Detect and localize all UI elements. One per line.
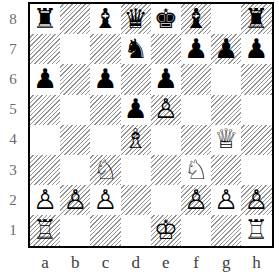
rank-label-8: 8 bbox=[0, 4, 26, 34]
square-b4[interactable] bbox=[60, 125, 90, 155]
file-label-g: g bbox=[211, 248, 241, 278]
square-d6[interactable] bbox=[121, 64, 151, 94]
square-d3[interactable] bbox=[121, 155, 151, 185]
square-g5[interactable] bbox=[211, 95, 241, 125]
piece-white-knight: ♘ bbox=[184, 156, 208, 183]
file-label-a: a bbox=[30, 248, 60, 278]
square-h5[interactable] bbox=[241, 95, 271, 125]
piece-black-pawn: ♟ bbox=[244, 35, 268, 62]
piece-black-pawn: ♟ bbox=[184, 35, 208, 62]
rank-label-2: 2 bbox=[0, 185, 26, 215]
file-label-h: h bbox=[241, 248, 271, 278]
piece-black-pawn: ♟ bbox=[33, 65, 57, 92]
rank-label-4: 4 bbox=[0, 125, 26, 155]
square-g4[interactable]: ♕ bbox=[211, 125, 241, 155]
square-g1[interactable] bbox=[211, 215, 241, 245]
piece-white-bishop: ♗ bbox=[124, 125, 148, 152]
square-f3[interactable]: ♘ bbox=[181, 155, 211, 185]
square-h4[interactable] bbox=[241, 125, 271, 155]
square-e5[interactable]: ♙ bbox=[151, 95, 181, 125]
piece-black-rook: ♜ bbox=[33, 5, 57, 32]
piece-black-king: ♚ bbox=[154, 5, 178, 32]
square-b8[interactable] bbox=[60, 4, 90, 34]
rank-label-3: 3 bbox=[0, 155, 26, 185]
rank-label-6: 6 bbox=[0, 64, 26, 94]
square-h7[interactable]: ♟ bbox=[241, 34, 271, 64]
square-b1[interactable] bbox=[60, 215, 90, 245]
file-label-c: c bbox=[90, 248, 120, 278]
square-h3[interactable] bbox=[241, 155, 271, 185]
square-e8[interactable]: ♚ bbox=[151, 4, 181, 34]
piece-white-pawn: ♙ bbox=[63, 186, 87, 213]
square-g6[interactable] bbox=[211, 64, 241, 94]
rank-label-5: 5 bbox=[0, 95, 26, 125]
piece-white-pawn: ♙ bbox=[154, 95, 178, 122]
piece-white-king: ♔ bbox=[154, 216, 178, 243]
piece-black-pawn: ♟ bbox=[154, 65, 178, 92]
file-label-d: d bbox=[121, 248, 151, 278]
chess-board: ♜♝♛♚♝♜♞♟♟♟♟♟♟♟♙♗♕♘♘♙♙♙♙♙♙♖♔♖ bbox=[28, 2, 274, 248]
file-labels: abcdefgh bbox=[30, 248, 272, 278]
square-b6[interactable] bbox=[60, 64, 90, 94]
piece-black-pawn: ♟ bbox=[93, 65, 117, 92]
square-a1[interactable]: ♖ bbox=[30, 215, 60, 245]
square-a6[interactable]: ♟ bbox=[30, 64, 60, 94]
square-c2[interactable]: ♙ bbox=[90, 185, 120, 215]
square-d2[interactable] bbox=[121, 185, 151, 215]
piece-black-queen: ♛ bbox=[124, 5, 148, 32]
square-e4[interactable] bbox=[151, 125, 181, 155]
square-d1[interactable] bbox=[121, 215, 151, 245]
square-f8[interactable]: ♝ bbox=[181, 4, 211, 34]
square-f6[interactable] bbox=[181, 64, 211, 94]
square-a2[interactable]: ♙ bbox=[30, 185, 60, 215]
square-c4[interactable] bbox=[90, 125, 120, 155]
square-a4[interactable] bbox=[30, 125, 60, 155]
piece-white-knight: ♘ bbox=[93, 156, 117, 183]
piece-black-knight: ♞ bbox=[124, 35, 148, 62]
square-g3[interactable] bbox=[211, 155, 241, 185]
square-e2[interactable] bbox=[151, 185, 181, 215]
square-c3[interactable]: ♘ bbox=[90, 155, 120, 185]
square-f2[interactable]: ♙ bbox=[181, 185, 211, 215]
square-g2[interactable]: ♙ bbox=[211, 185, 241, 215]
piece-black-bishop: ♝ bbox=[93, 5, 117, 32]
square-a7[interactable] bbox=[30, 34, 60, 64]
piece-white-pawn: ♙ bbox=[93, 186, 117, 213]
piece-white-pawn: ♙ bbox=[244, 186, 268, 213]
square-f5[interactable] bbox=[181, 95, 211, 125]
piece-white-pawn: ♙ bbox=[33, 186, 57, 213]
square-b3[interactable] bbox=[60, 155, 90, 185]
square-c6[interactable]: ♟ bbox=[90, 64, 120, 94]
square-d7[interactable]: ♞ bbox=[121, 34, 151, 64]
file-label-f: f bbox=[181, 248, 211, 278]
piece-black-pawn: ♟ bbox=[124, 95, 148, 122]
square-a3[interactable] bbox=[30, 155, 60, 185]
square-d5[interactable]: ♟ bbox=[121, 95, 151, 125]
square-c7[interactable] bbox=[90, 34, 120, 64]
square-h8[interactable]: ♜ bbox=[241, 4, 271, 34]
square-g7[interactable]: ♟ bbox=[211, 34, 241, 64]
square-f7[interactable]: ♟ bbox=[181, 34, 211, 64]
piece-white-pawn: ♙ bbox=[214, 186, 238, 213]
square-b5[interactable] bbox=[60, 95, 90, 125]
rank-label-1: 1 bbox=[0, 215, 26, 245]
square-f4[interactable] bbox=[181, 125, 211, 155]
square-h1[interactable]: ♖ bbox=[241, 215, 271, 245]
rank-labels: 87654321 bbox=[0, 4, 26, 246]
square-c1[interactable] bbox=[90, 215, 120, 245]
square-h2[interactable]: ♙ bbox=[241, 185, 271, 215]
square-f1[interactable] bbox=[181, 215, 211, 245]
file-label-b: b bbox=[60, 248, 90, 278]
square-b7[interactable] bbox=[60, 34, 90, 64]
piece-white-rook: ♖ bbox=[244, 216, 268, 243]
square-c5[interactable] bbox=[90, 95, 120, 125]
file-label-e: e bbox=[151, 248, 181, 278]
square-e6[interactable]: ♟ bbox=[151, 64, 181, 94]
rank-label-7: 7 bbox=[0, 34, 26, 64]
piece-white-pawn: ♙ bbox=[184, 186, 208, 213]
square-d8[interactable]: ♛ bbox=[121, 4, 151, 34]
piece-white-rook: ♖ bbox=[33, 216, 57, 243]
square-b2[interactable]: ♙ bbox=[60, 185, 90, 215]
piece-white-queen: ♕ bbox=[214, 125, 238, 152]
piece-black-pawn: ♟ bbox=[214, 35, 238, 62]
square-e1[interactable]: ♔ bbox=[151, 215, 181, 245]
piece-black-rook: ♜ bbox=[244, 5, 268, 32]
square-a5[interactable] bbox=[30, 95, 60, 125]
square-e7[interactable] bbox=[151, 34, 181, 64]
square-g8[interactable] bbox=[211, 4, 241, 34]
square-d4[interactable]: ♗ bbox=[121, 125, 151, 155]
square-c8[interactable]: ♝ bbox=[90, 4, 120, 34]
square-h6[interactable] bbox=[241, 64, 271, 94]
piece-black-bishop: ♝ bbox=[184, 5, 208, 32]
chess-diagram: 87654321 ♜♝♛♚♝♜♞♟♟♟♟♟♟♟♙♗♕♘♘♙♙♙♙♙♙♖♔♖ ab… bbox=[0, 0, 279, 280]
square-e3[interactable] bbox=[151, 155, 181, 185]
square-a8[interactable]: ♜ bbox=[30, 4, 60, 34]
